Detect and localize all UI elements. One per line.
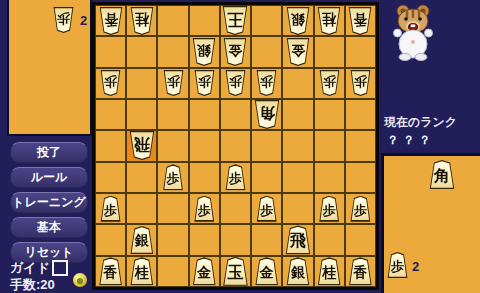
koma-kanji: 香 (104, 263, 118, 280)
current-rank-value: ？？？ (387, 132, 435, 149)
board-square[interactable] (126, 36, 157, 67)
board-square[interactable] (220, 193, 251, 224)
board-square[interactable] (314, 162, 345, 193)
board-square[interactable] (220, 99, 251, 130)
board-square[interactable] (220, 224, 251, 255)
board-square[interactable] (251, 36, 282, 67)
board-square[interactable] (251, 5, 282, 36)
koma-kanji: 飛 (290, 230, 306, 249)
board-square[interactable]: 歩 (95, 193, 126, 224)
koma-kanji: 歩 (323, 75, 336, 91)
current-rank-label: 現在のランク (384, 114, 457, 131)
board-square[interactable] (189, 130, 220, 161)
board-square[interactable]: 歩 (251, 68, 282, 99)
board-square[interactable]: 歩 (95, 68, 126, 99)
koma-gote-lance[interactable]: 香 (348, 7, 372, 35)
koma-kanji: 歩 (167, 75, 180, 91)
koma-kanji: 歩 (391, 257, 404, 273)
move-counter-value: 20 (40, 277, 54, 292)
board-square[interactable] (282, 193, 313, 224)
board-square[interactable] (157, 130, 188, 161)
koma-sente-lance[interactable]: 香 (99, 257, 123, 285)
koma-gote-pawn[interactable]: 歩 (163, 70, 184, 96)
koma-sente-pawn[interactable]: 歩 (225, 164, 246, 190)
board-square[interactable] (157, 256, 188, 287)
sente-pawn-count: 2 (412, 259, 419, 274)
board-square[interactable] (157, 99, 188, 130)
board-square[interactable]: 金 (220, 36, 251, 67)
koma-kanji: 香 (353, 263, 367, 280)
board-square[interactable] (157, 36, 188, 67)
koma-gote-bishop[interactable]: 角 (254, 100, 280, 129)
koma-kanji: 金 (260, 263, 274, 280)
koma-kanji: 香 (353, 12, 367, 29)
koma-kanji: 歩 (323, 201, 336, 217)
koma-gote-pawn-in-hand[interactable]: 歩 (53, 7, 74, 33)
board-square[interactable] (95, 224, 126, 255)
koma-sente-silver[interactable]: 銀 (286, 257, 310, 285)
board-square[interactable] (157, 224, 188, 255)
koma-sente-gold[interactable]: 金 (255, 257, 279, 285)
shogi-board-grid: 香桂王銀桂香銀金金歩歩歩歩歩歩歩角飛歩歩歩歩歩歩歩銀飛香桂金玉金銀桂香 (95, 5, 376, 287)
board-square[interactable] (314, 130, 345, 161)
koma-sente-knight[interactable]: 桂 (317, 257, 341, 285)
board-square[interactable] (282, 68, 313, 99)
koma-gote-pawn[interactable]: 歩 (100, 70, 121, 96)
board-square[interactable] (126, 193, 157, 224)
koma-gote-pawn[interactable]: 歩 (225, 70, 246, 96)
board-square[interactable]: 歩 (314, 193, 345, 224)
koma-sente-pawn[interactable]: 歩 (319, 196, 340, 222)
koma-sente-knight[interactable]: 桂 (130, 257, 154, 285)
koma-gote-knight[interactable]: 桂 (130, 7, 154, 35)
koma-sente-pawn[interactable]: 歩 (350, 196, 371, 222)
board-square[interactable]: 桂 (314, 256, 345, 287)
koma-sente-pawn[interactable]: 歩 (100, 196, 121, 222)
koma-kanji: 歩 (198, 75, 211, 91)
board-square[interactable]: 香 (345, 5, 376, 36)
board-square[interactable] (282, 162, 313, 193)
koma-kanji: 歩 (354, 201, 367, 217)
board-square[interactable] (251, 130, 282, 161)
board-square[interactable]: 歩 (251, 193, 282, 224)
board-square[interactable]: 桂 (314, 5, 345, 36)
koma-kanji: 金 (228, 43, 242, 60)
koma-gote-lance[interactable]: 香 (99, 7, 123, 35)
koma-kanji: 王 (227, 11, 243, 30)
board-square[interactable]: 歩 (189, 68, 220, 99)
board-square[interactable]: 歩 (157, 162, 188, 193)
hamster-mascot (390, 3, 436, 61)
board-square[interactable] (189, 162, 220, 193)
move-counter-label: 手数: (10, 277, 40, 292)
koma-sente-king[interactable]: 玉 (222, 257, 248, 286)
board-square[interactable] (157, 5, 188, 36)
koma-kanji: 金 (291, 43, 305, 60)
board-square[interactable] (345, 224, 376, 255)
board-square[interactable] (95, 130, 126, 161)
koma-kanji: 銀 (291, 263, 305, 280)
koma-gote-silver[interactable]: 銀 (286, 7, 310, 35)
koma-sente-silver[interactable]: 銀 (130, 226, 154, 254)
koma-sente-gold[interactable]: 金 (192, 257, 216, 285)
board-square[interactable]: 飛 (126, 130, 157, 161)
koma-gote-rook[interactable]: 飛 (129, 131, 155, 160)
koma-kanji: 角 (259, 105, 275, 124)
koma-kanji: 香 (104, 12, 118, 29)
board-square[interactable] (345, 130, 376, 161)
board-square[interactable] (251, 162, 282, 193)
koma-sente-pawn[interactable]: 歩 (256, 196, 277, 222)
board-square[interactable] (345, 162, 376, 193)
board-square[interactable]: 玉 (220, 256, 251, 287)
board-square[interactable] (95, 36, 126, 67)
board-square[interactable]: 歩 (220, 68, 251, 99)
board-square[interactable] (95, 162, 126, 193)
board-square[interactable] (314, 99, 345, 130)
koma-kanji: 銀 (135, 231, 149, 248)
koma-kanji: 桂 (135, 263, 149, 280)
training-button[interactable]: トレーニング (10, 192, 88, 213)
koma-kanji: 歩 (104, 201, 117, 217)
rules-button[interactable]: ルール (10, 167, 88, 188)
board-square[interactable] (314, 36, 345, 67)
board-square[interactable]: 金 (189, 256, 220, 287)
board-square[interactable]: 角 (251, 99, 282, 130)
board-square[interactable] (345, 99, 376, 130)
board-square[interactable]: 香 (345, 256, 376, 287)
koma-gote-king[interactable]: 王 (222, 6, 248, 35)
board-square[interactable]: 香 (95, 5, 126, 36)
koma-sente-bishop-in-hand[interactable]: 角 (429, 160, 455, 189)
board-square[interactable] (251, 224, 282, 255)
koma-sente-pawn[interactable]: 歩 (194, 196, 215, 222)
board-square[interactable] (345, 36, 376, 67)
koma-kanji: 歩 (229, 169, 242, 185)
board-square[interactable] (126, 68, 157, 99)
koma-kanji: 歩 (57, 12, 70, 28)
board-square[interactable] (282, 130, 313, 161)
koma-kanji: 角 (434, 165, 450, 184)
shogi-app-window: 歩 2 香桂王銀桂香銀金金歩歩歩歩歩歩歩角飛歩歩歩歩歩歩歩銀飛香桂金玉金銀桂香 … (0, 0, 480, 293)
board-square[interactable] (157, 193, 188, 224)
board-square[interactable] (126, 99, 157, 130)
koma-kanji: 歩 (104, 75, 117, 91)
board-square[interactable]: 歩 (314, 68, 345, 99)
koma-kanji: 飛 (134, 136, 150, 155)
hamster-ball-icon[interactable] (73, 273, 87, 287)
koma-kanji: 銀 (197, 43, 211, 60)
board-square[interactable]: 歩 (345, 193, 376, 224)
shogi-board: 香桂王銀桂香銀金金歩歩歩歩歩歩歩角飛歩歩歩歩歩歩歩銀飛香桂金玉金銀桂香 (92, 2, 379, 290)
board-square[interactable] (189, 224, 220, 255)
koma-kanji: 桂 (322, 263, 336, 280)
board-square[interactable]: 銀 (126, 224, 157, 255)
koma-gote-knight[interactable]: 桂 (317, 7, 341, 35)
koma-kanji: 歩 (198, 201, 211, 217)
board-square[interactable]: 桂 (126, 256, 157, 287)
gote-pawn-count: 2 (80, 13, 87, 28)
board-square[interactable]: 銀 (282, 5, 313, 36)
board-square[interactable]: 銀 (282, 256, 313, 287)
koma-kanji: 歩 (260, 75, 273, 91)
board-square[interactable] (314, 224, 345, 255)
board-square[interactable]: 歩 (157, 68, 188, 99)
koma-gote-pawn[interactable]: 歩 (350, 70, 371, 96)
koma-kanji: 歩 (229, 75, 242, 91)
koma-gote-gold[interactable]: 金 (223, 38, 247, 66)
board-square[interactable]: 香 (95, 256, 126, 287)
board-square[interactable] (220, 130, 251, 161)
board-square[interactable]: 飛 (282, 224, 313, 255)
board-square[interactable] (189, 5, 220, 36)
guide-checkbox[interactable] (52, 260, 68, 276)
board-square[interactable] (282, 99, 313, 130)
board-square[interactable]: 桂 (126, 5, 157, 36)
komadai-sente: 角 歩 2 (381, 153, 480, 293)
koma-kanji: 歩 (260, 201, 273, 217)
board-square[interactable]: 王 (220, 5, 251, 36)
koma-sente-lance[interactable]: 香 (348, 257, 372, 285)
komadai-gote: 歩 2 (7, 0, 92, 136)
board-square[interactable]: 歩 (189, 193, 220, 224)
koma-sente-pawn[interactable]: 歩 (163, 164, 184, 190)
board-square[interactable] (95, 99, 126, 130)
board-square[interactable] (126, 162, 157, 193)
board-square[interactable]: 金 (282, 36, 313, 67)
guide-label: ガイド (10, 259, 50, 277)
koma-sente-pawn-in-hand[interactable]: 歩 (387, 252, 408, 278)
resign-button[interactable]: 投了 (10, 142, 88, 163)
board-square[interactable]: 歩 (220, 162, 251, 193)
board-square[interactable]: 歩 (345, 68, 376, 99)
koma-kanji: 金 (197, 263, 211, 280)
koma-gote-gold[interactable]: 金 (286, 38, 310, 66)
board-square[interactable]: 金 (251, 256, 282, 287)
koma-kanji: 歩 (354, 75, 367, 91)
koma-gote-pawn[interactable]: 歩 (194, 70, 215, 96)
koma-kanji: 桂 (135, 12, 149, 29)
koma-kanji: 桂 (322, 12, 336, 29)
koma-gote-pawn[interactable]: 歩 (319, 70, 340, 96)
basic-button[interactable]: 基本 (10, 217, 88, 238)
board-square[interactable]: 銀 (189, 36, 220, 67)
koma-kanji: 銀 (291, 12, 305, 29)
koma-kanji: 歩 (167, 169, 180, 185)
koma-gote-silver[interactable]: 銀 (192, 38, 216, 66)
move-counter: 手数:20 (10, 276, 55, 293)
koma-kanji: 玉 (227, 262, 243, 281)
koma-gote-pawn[interactable]: 歩 (256, 70, 277, 96)
board-square[interactable] (189, 99, 220, 130)
koma-sente-rook[interactable]: 飛 (285, 225, 311, 254)
